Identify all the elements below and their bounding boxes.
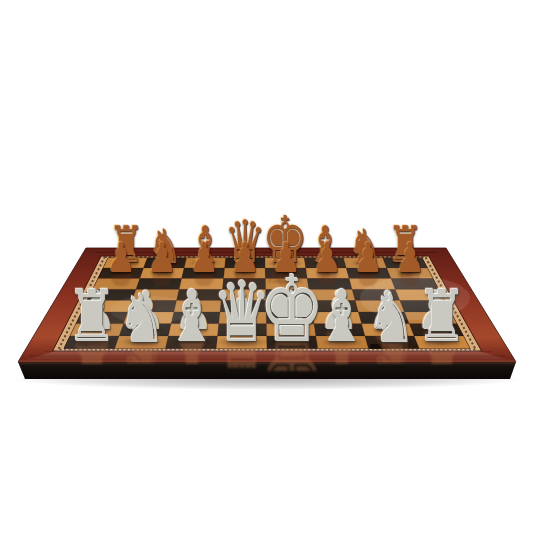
- piece-silver-king-e1[interactable]: ♚: [259, 264, 325, 356]
- chess-set-photo: overhead product photograph of a metal c…: [0, 0, 533, 533]
- piece-silver-knight-g1[interactable]: ♞: [367, 285, 416, 353]
- piece-silver-rook-h1[interactable]: ♜: [416, 281, 467, 353]
- board-side-edge: [18, 362, 516, 379]
- piece-silver-rook-a1[interactable]: ♜: [66, 281, 117, 353]
- piece-silver-bishop-c1[interactable]: ♝: [166, 281, 217, 353]
- piece-silver-knight-b1[interactable]: ♞: [118, 285, 167, 353]
- piece-silver-bishop-f1[interactable]: ♝: [316, 281, 367, 353]
